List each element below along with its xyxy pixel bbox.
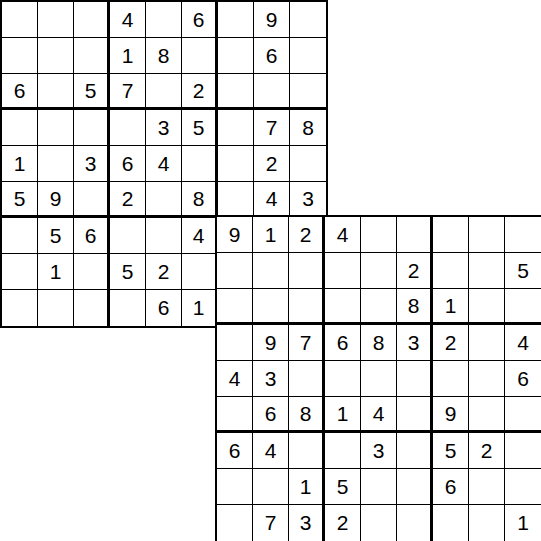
- g1-cell-r0c8[interactable]: [290, 2, 326, 38]
- g1-cell-r8c1[interactable]: [38, 290, 74, 326]
- g2-cell-r3c5[interactable]: 3: [397, 325, 433, 361]
- g1-cell-r7c5[interactable]: [182, 254, 218, 290]
- g2-cell-r6c6[interactable]: 5: [433, 433, 469, 469]
- g1-cell-r3c2[interactable]: [74, 110, 110, 146]
- g1-cell-r5c2[interactable]: [74, 182, 110, 218]
- g2-cell-r5c4[interactable]: 4: [361, 397, 397, 433]
- g2-cell-r1c8[interactable]: 5: [505, 253, 541, 289]
- g2-cell-r8c7[interactable]: [469, 505, 505, 541]
- g2-cell-r7c0[interactable]: [217, 469, 253, 505]
- g1-cell-r2c0[interactable]: 6: [2, 74, 38, 110]
- g2-cell-r2c3[interactable]: [325, 289, 361, 325]
- g1-cell-r0c1[interactable]: [38, 2, 74, 38]
- g2-cell-r6c4[interactable]: 3: [361, 433, 397, 469]
- g2-cell-r7c5[interactable]: [397, 469, 433, 505]
- g2-cell-r0c5[interactable]: [397, 217, 433, 253]
- g1-cell-r0c2[interactable]: [74, 2, 110, 38]
- g2-cell-r4c8[interactable]: 6: [505, 361, 541, 397]
- g1-cell-r2c1[interactable]: [38, 74, 74, 110]
- g2-cell-r5c3[interactable]: 1: [325, 397, 361, 433]
- g1-cell-r6c1[interactable]: 5: [38, 218, 74, 254]
- g1-cell-r3c7[interactable]: 7: [254, 110, 290, 146]
- g2-cell-r0c8[interactable]: [505, 217, 541, 253]
- g1-cell-r4c3[interactable]: 6: [110, 146, 146, 182]
- g1-cell-r8c2[interactable]: [74, 290, 110, 326]
- g1-cell-r1c6[interactable]: [218, 38, 254, 74]
- g2-cell-r4c5[interactable]: [397, 361, 433, 397]
- g2-cell-r0c0[interactable]: 9: [217, 217, 253, 253]
- g1-cell-r3c4[interactable]: 3: [146, 110, 182, 146]
- g2-cell-r6c1[interactable]: 4: [253, 433, 289, 469]
- g1-cell-r6c0[interactable]: [2, 218, 38, 254]
- g2-cell-r3c4[interactable]: 8: [361, 325, 397, 361]
- g2-cell-r7c4[interactable]: [361, 469, 397, 505]
- g2-cell-r8c2[interactable]: 3: [289, 505, 325, 541]
- g2-cell-r1c3[interactable]: [325, 253, 361, 289]
- g2-cell-r2c4[interactable]: [361, 289, 397, 325]
- g2-cell-r1c5[interactable]: 2: [397, 253, 433, 289]
- g1-cell-r4c6[interactable]: [218, 146, 254, 182]
- g2-cell-r2c1[interactable]: [253, 289, 289, 325]
- g1-cell-r0c4[interactable]: [146, 2, 182, 38]
- g2-cell-r8c8[interactable]: 1: [505, 505, 541, 541]
- g2-cell-r3c3[interactable]: 6: [325, 325, 361, 361]
- g2-cell-r7c2[interactable]: 1: [289, 469, 325, 505]
- g1-cell-r7c3[interactable]: 5: [110, 254, 146, 290]
- g2-cell-r3c8[interactable]: 4: [505, 325, 541, 361]
- g1-cell-r8c3[interactable]: [110, 290, 146, 326]
- sudoku-grid-bottom-right: 91242581976832443668149643521567321: [215, 215, 541, 541]
- g2-cell-r4c2[interactable]: [289, 361, 325, 397]
- g1-cell-r0c3[interactable]: 4: [110, 2, 146, 38]
- g2-cell-r6c7[interactable]: 2: [469, 433, 505, 469]
- g2-cell-r3c7[interactable]: [469, 325, 505, 361]
- g1-cell-r0c7[interactable]: 9: [254, 2, 290, 38]
- g2-cell-r4c4[interactable]: [361, 361, 397, 397]
- g2-cell-r1c6[interactable]: [433, 253, 469, 289]
- g1-cell-r0c0[interactable]: [2, 2, 38, 38]
- g2-cell-r2c2[interactable]: [289, 289, 325, 325]
- g2-cell-r1c1[interactable]: [253, 253, 289, 289]
- g2-cell-r1c4[interactable]: [361, 253, 397, 289]
- g2-cell-r5c6[interactable]: 9: [433, 397, 469, 433]
- g2-cell-r8c1[interactable]: 7: [253, 505, 289, 541]
- g1-cell-r8c5[interactable]: 1: [182, 290, 218, 326]
- g2-cell-r7c7[interactable]: [469, 469, 505, 505]
- g1-cell-r2c4[interactable]: [146, 74, 182, 110]
- g1-cell-r4c7[interactable]: 2: [254, 146, 290, 182]
- g2-cell-r6c5[interactable]: [397, 433, 433, 469]
- g1-cell-r4c2[interactable]: 3: [74, 146, 110, 182]
- g1-cell-r1c5[interactable]: [182, 38, 218, 74]
- g1-cell-r1c1[interactable]: [38, 38, 74, 74]
- g2-cell-r4c1[interactable]: 3: [253, 361, 289, 397]
- g2-cell-r4c0[interactable]: 4: [217, 361, 253, 397]
- g2-cell-r8c0[interactable]: [217, 505, 253, 541]
- g2-cell-r2c5[interactable]: 8: [397, 289, 433, 325]
- g1-cell-r3c3[interactable]: [110, 110, 146, 146]
- g1-cell-r6c3[interactable]: [110, 218, 146, 254]
- g2-cell-r3c1[interactable]: 9: [253, 325, 289, 361]
- g2-cell-r0c2[interactable]: 2: [289, 217, 325, 253]
- g2-cell-r2c7[interactable]: [469, 289, 505, 325]
- g1-cell-r0c6[interactable]: [218, 2, 254, 38]
- g2-cell-r3c6[interactable]: 2: [433, 325, 469, 361]
- g2-cell-r0c3[interactable]: 4: [325, 217, 361, 253]
- g2-cell-r6c2[interactable]: [289, 433, 325, 469]
- g2-cell-r5c2[interactable]: 8: [289, 397, 325, 433]
- g1-cell-r6c4[interactable]: [146, 218, 182, 254]
- g2-cell-r1c2[interactable]: [289, 253, 325, 289]
- g2-cell-r4c7[interactable]: [469, 361, 505, 397]
- g1-cell-r5c0[interactable]: 5: [2, 182, 38, 218]
- g2-cell-r2c6[interactable]: 1: [433, 289, 469, 325]
- g1-cell-r2c6[interactable]: [218, 74, 254, 110]
- g1-cell-r5c8[interactable]: 3: [290, 182, 326, 218]
- g1-cell-r5c4[interactable]: [146, 182, 182, 218]
- g2-cell-r1c7[interactable]: [469, 253, 505, 289]
- g1-cell-r3c5[interactable]: 5: [182, 110, 218, 146]
- g1-cell-r5c6[interactable]: [218, 182, 254, 218]
- g2-cell-r5c1[interactable]: 6: [253, 397, 289, 433]
- g2-cell-r7c1[interactable]: [253, 469, 289, 505]
- g2-cell-r0c6[interactable]: [433, 217, 469, 253]
- g1-cell-r2c8[interactable]: [290, 74, 326, 110]
- g1-cell-r5c7[interactable]: 4: [254, 182, 290, 218]
- g1-cell-r1c8[interactable]: [290, 38, 326, 74]
- g2-cell-r3c0[interactable]: [217, 325, 253, 361]
- g1-cell-r3c0[interactable]: [2, 110, 38, 146]
- g2-cell-r0c7[interactable]: [469, 217, 505, 253]
- g1-cell-r4c0[interactable]: 1: [2, 146, 38, 182]
- g2-cell-r1c0[interactable]: [217, 253, 253, 289]
- g2-cell-r8c5[interactable]: [397, 505, 433, 541]
- g1-cell-r1c7[interactable]: 6: [254, 38, 290, 74]
- puzzle-board: 469186657235781364259284356491215261 912…: [0, 0, 541, 541]
- g2-cell-r5c8[interactable]: [505, 397, 541, 433]
- g1-cell-r1c0[interactable]: [2, 38, 38, 74]
- g1-cell-r2c5[interactable]: 2: [182, 74, 218, 110]
- g1-cell-r7c4[interactable]: 2: [146, 254, 182, 290]
- g1-cell-r7c1[interactable]: 1: [38, 254, 74, 290]
- g1-cell-r5c1[interactable]: 9: [38, 182, 74, 218]
- g2-cell-r0c4[interactable]: [361, 217, 397, 253]
- g2-cell-r5c7[interactable]: [469, 397, 505, 433]
- g1-cell-r1c3[interactable]: 1: [110, 38, 146, 74]
- g1-cell-r5c5[interactable]: 8: [182, 182, 218, 218]
- g2-cell-r6c0[interactable]: 6: [217, 433, 253, 469]
- g1-cell-r6c5[interactable]: 4: [182, 218, 218, 254]
- g1-cell-r3c6[interactable]: [218, 110, 254, 146]
- g2-cell-r4c3[interactable]: [325, 361, 361, 397]
- g1-cell-r3c8[interactable]: 8: [290, 110, 326, 146]
- g2-cell-r6c8[interactable]: [505, 433, 541, 469]
- g1-cell-r0c5[interactable]: 6: [182, 2, 218, 38]
- g1-cell-r2c2[interactable]: 5: [74, 74, 110, 110]
- g1-cell-r1c4[interactable]: 8: [146, 38, 182, 74]
- g1-cell-r1c2[interactable]: [74, 38, 110, 74]
- g1-cell-r8c4[interactable]: 6: [146, 290, 182, 326]
- g1-cell-r6c2[interactable]: 6: [74, 218, 110, 254]
- g1-cell-r4c8[interactable]: [290, 146, 326, 182]
- g2-cell-r8c3[interactable]: 2: [325, 505, 361, 541]
- g2-cell-r0c1[interactable]: 1: [253, 217, 289, 253]
- g2-cell-r7c6[interactable]: 6: [433, 469, 469, 505]
- g1-cell-r5c3[interactable]: 2: [110, 182, 146, 218]
- g1-cell-r8c0[interactable]: [2, 290, 38, 326]
- g2-cell-r2c0[interactable]: [217, 289, 253, 325]
- g1-cell-r2c7[interactable]: [254, 74, 290, 110]
- g1-cell-r3c1[interactable]: [38, 110, 74, 146]
- g2-cell-r5c0[interactable]: [217, 397, 253, 433]
- g2-cell-r6c3[interactable]: [325, 433, 361, 469]
- g1-cell-r7c2[interactable]: [74, 254, 110, 290]
- g2-cell-r8c4[interactable]: [361, 505, 397, 541]
- g2-cell-r3c2[interactable]: 7: [289, 325, 325, 361]
- g2-cell-r7c8[interactable]: [505, 469, 541, 505]
- g2-cell-r5c5[interactable]: [397, 397, 433, 433]
- g1-cell-r7c0[interactable]: [2, 254, 38, 290]
- g1-cell-r2c3[interactable]: 7: [110, 74, 146, 110]
- g1-cell-r4c4[interactable]: 4: [146, 146, 182, 182]
- g1-cell-r4c5[interactable]: [182, 146, 218, 182]
- g2-cell-r2c8[interactable]: [505, 289, 541, 325]
- g2-cell-r8c6[interactable]: [433, 505, 469, 541]
- g1-cell-r4c1[interactable]: [38, 146, 74, 182]
- g2-cell-r7c3[interactable]: 5: [325, 469, 361, 505]
- g2-cell-r4c6[interactable]: [433, 361, 469, 397]
